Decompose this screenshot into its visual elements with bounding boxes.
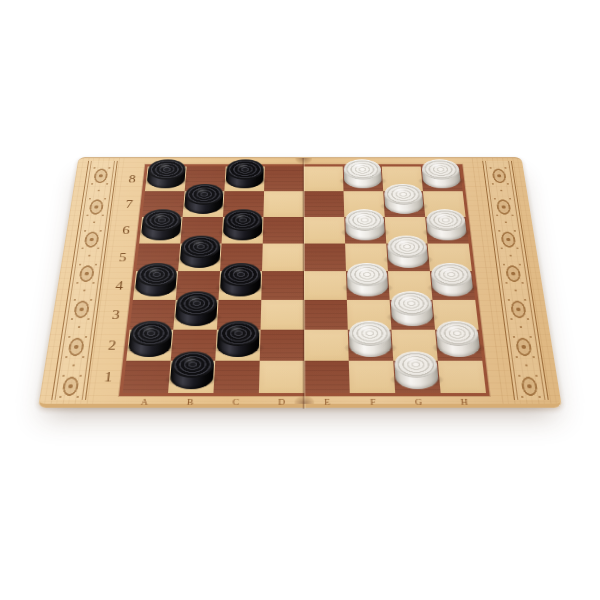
black-checker-b5 [179,236,221,268]
black-checker-a8 [146,159,186,188]
white-checker-g5 [387,236,429,268]
black-checker-c8 [225,159,264,188]
rank-label-3: 3 [103,300,129,330]
checker-top-face [347,263,388,286]
checker-top-face [343,159,381,179]
black-checker-b3 [175,291,218,326]
file-label-c: C [213,396,259,409]
file-label-b: B [167,396,214,409]
rank-label-8: 8 [120,167,144,192]
white-checker-h6 [425,209,467,240]
hinge-notch-bottom [295,396,315,404]
black-checker-b7 [184,184,224,214]
white-checker-h2 [435,321,480,357]
white-checker-g3 [390,291,434,326]
checker-top-face [345,209,385,231]
hinge-notch-top [295,158,312,164]
black-checker-a4 [134,263,177,297]
rank-label-7: 7 [117,191,141,217]
black-checker-a2 [128,321,173,357]
file-label-f: F [350,396,396,409]
black-checker-c6 [223,209,263,240]
file-label-a: A [121,396,168,409]
rank-label-2: 2 [99,330,126,361]
right-ornament-strip [482,161,549,400]
white-checker-h8 [421,159,461,188]
checker-top-face [349,321,392,346]
black-checker-c2 [216,321,259,357]
rank-label-6: 6 [114,217,139,244]
white-checker-f2 [349,321,392,357]
file-label-g: G [395,396,442,409]
black-checker-a6 [140,209,182,240]
checker-top-face [394,351,438,377]
product-photo-scene: 87654321 ABCDEFGH [0,0,600,600]
black-checker-b1 [169,351,214,389]
checker-top-face [384,184,423,205]
checker-top-face [387,236,428,258]
white-checker-f8 [343,159,382,188]
rank-label-5: 5 [110,244,135,272]
white-checker-f6 [345,209,385,240]
file-label-h: H [441,396,488,409]
black-checker-c4 [220,263,262,297]
white-checker-g7 [384,184,424,214]
white-checker-g1 [394,351,439,389]
board-surface: 87654321 ABCDEFGH [38,157,562,407]
rank-label-4: 4 [106,271,132,300]
white-checker-h4 [430,263,474,297]
rank-label-1: 1 [94,361,121,393]
checker-top-face [390,291,433,315]
white-checker-f4 [347,263,389,297]
checkers-board: 87654321 ABCDEFGH [38,157,562,407]
